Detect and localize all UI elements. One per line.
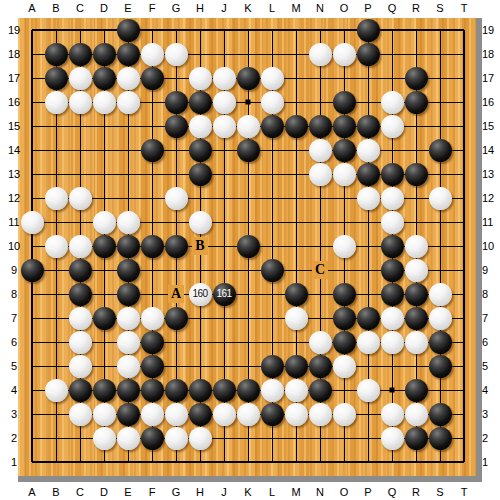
white-stone	[165, 427, 188, 450]
white-stone	[141, 307, 164, 330]
black-stone	[405, 163, 428, 186]
black-stone	[93, 67, 116, 90]
right-row-label: 12	[482, 190, 500, 206]
white-stone	[309, 403, 332, 426]
white-stone	[117, 211, 140, 234]
black-stone	[237, 139, 260, 162]
left-row-label: 18	[0, 46, 28, 62]
white-stone	[381, 427, 404, 450]
white-stone	[333, 355, 356, 378]
bottom-column-label: P	[356, 484, 380, 500]
white-stone	[237, 403, 260, 426]
top-column-label: G	[164, 0, 188, 16]
black-stone	[357, 43, 380, 66]
bottom-column-label: N	[308, 484, 332, 500]
black-stone	[141, 67, 164, 90]
top-column-label: B	[44, 0, 68, 16]
left-row-label: 5	[0, 358, 28, 374]
white-stone	[333, 235, 356, 258]
black-stone	[93, 307, 116, 330]
black-stone	[141, 331, 164, 354]
white-stone	[141, 43, 164, 66]
black-stone	[117, 403, 140, 426]
white-stone	[69, 331, 92, 354]
white-stone	[237, 115, 260, 138]
white-stone	[45, 379, 68, 402]
bottom-column-label: H	[188, 484, 212, 500]
left-row-label: 8	[0, 286, 28, 302]
black-stone	[261, 355, 284, 378]
white-stone	[381, 403, 404, 426]
black-stone	[165, 91, 188, 114]
white-stone	[141, 403, 164, 426]
black-stone	[429, 427, 452, 450]
numbered-black-stone: 161	[213, 283, 236, 306]
black-stone	[93, 379, 116, 402]
black-stone	[69, 259, 92, 282]
black-stone	[45, 67, 68, 90]
white-stone	[261, 379, 284, 402]
black-stone	[141, 355, 164, 378]
black-stone	[309, 115, 332, 138]
white-stone	[381, 91, 404, 114]
point-label-C: C	[312, 261, 328, 279]
black-stone	[405, 379, 428, 402]
white-stone	[285, 403, 308, 426]
white-stone	[357, 379, 380, 402]
left-row-label: 3	[0, 406, 28, 422]
black-stone	[237, 379, 260, 402]
right-row-label: 13	[482, 166, 500, 182]
left-row-label: 14	[0, 142, 28, 158]
bottom-column-label: S	[428, 484, 452, 500]
black-stone	[117, 43, 140, 66]
white-stone	[405, 331, 428, 354]
white-stone	[69, 187, 92, 210]
white-stone	[93, 211, 116, 234]
white-stone	[93, 403, 116, 426]
white-stone	[165, 43, 188, 66]
white-stone	[117, 355, 140, 378]
black-stone	[285, 283, 308, 306]
black-stone	[189, 379, 212, 402]
black-stone	[405, 91, 428, 114]
black-stone	[93, 43, 116, 66]
black-stone	[189, 139, 212, 162]
white-stone	[189, 211, 212, 234]
white-stone	[405, 403, 428, 426]
left-row-label: 13	[0, 166, 28, 182]
left-row-label: 10	[0, 238, 28, 254]
bottom-column-label: B	[44, 484, 68, 500]
black-stone	[333, 307, 356, 330]
black-stone	[381, 235, 404, 258]
white-stone	[333, 43, 356, 66]
left-row-label: 16	[0, 94, 28, 110]
bottom-column-label: J	[212, 484, 236, 500]
black-stone	[141, 427, 164, 450]
top-column-label: E	[116, 0, 140, 16]
white-stone	[117, 67, 140, 90]
point-label-B: B	[192, 237, 208, 255]
black-stone	[261, 403, 284, 426]
top-column-label: C	[68, 0, 92, 16]
right-row-label: 7	[482, 310, 500, 326]
top-column-label: K	[236, 0, 260, 16]
black-stone	[429, 355, 452, 378]
white-stone	[429, 283, 452, 306]
white-stone	[309, 43, 332, 66]
right-row-label: 14	[482, 142, 500, 158]
black-stone	[381, 259, 404, 282]
white-stone	[213, 67, 236, 90]
bottom-column-label: L	[260, 484, 284, 500]
top-column-label: H	[188, 0, 212, 16]
right-row-label: 4	[482, 382, 500, 398]
black-stone	[117, 283, 140, 306]
left-row-label: 19	[0, 22, 28, 38]
black-stone	[69, 283, 92, 306]
left-row-label: 11	[0, 214, 28, 230]
black-stone	[405, 307, 428, 330]
white-stone	[165, 187, 188, 210]
white-stone	[69, 91, 92, 114]
bottom-column-label: O	[332, 484, 356, 500]
left-row-label: 15	[0, 118, 28, 134]
white-stone	[165, 403, 188, 426]
white-stone	[93, 427, 116, 450]
white-stone	[69, 235, 92, 258]
black-stone	[357, 115, 380, 138]
left-row-label: 17	[0, 70, 28, 86]
left-row-label: 2	[0, 430, 28, 446]
left-row-label: 9	[0, 262, 28, 278]
right-row-label: 19	[482, 22, 500, 38]
black-stone	[333, 331, 356, 354]
right-row-label: 1	[482, 454, 500, 470]
white-stone	[285, 307, 308, 330]
top-column-label: L	[260, 0, 284, 16]
bottom-column-label: F	[140, 484, 164, 500]
white-stone	[69, 403, 92, 426]
white-stone	[357, 187, 380, 210]
black-stone	[405, 283, 428, 306]
black-stone	[381, 163, 404, 186]
black-stone	[117, 259, 140, 282]
black-stone	[309, 379, 332, 402]
top-column-label: J	[212, 0, 236, 16]
black-stone	[189, 91, 212, 114]
black-stone	[357, 307, 380, 330]
black-stone	[309, 355, 332, 378]
black-stone	[117, 235, 140, 258]
white-stone	[117, 307, 140, 330]
black-stone	[405, 67, 428, 90]
black-stone	[141, 235, 164, 258]
numbered-white-stone: 160	[189, 283, 212, 306]
white-stone	[69, 67, 92, 90]
white-stone	[189, 427, 212, 450]
bottom-column-label: C	[68, 484, 92, 500]
black-stone	[429, 403, 452, 426]
right-row-label: 18	[482, 46, 500, 62]
right-row-label: 16	[482, 94, 500, 110]
black-stone	[189, 163, 212, 186]
white-stone	[213, 91, 236, 114]
black-stone	[357, 163, 380, 186]
bottom-column-label: K	[236, 484, 260, 500]
black-stone	[333, 91, 356, 114]
white-stone	[45, 187, 68, 210]
white-stone	[69, 355, 92, 378]
white-stone	[309, 139, 332, 162]
right-row-label: 11	[482, 214, 500, 230]
black-stone	[333, 139, 356, 162]
bottom-column-label: G	[164, 484, 188, 500]
black-stone	[237, 235, 260, 258]
go-board[interactable]: 160161ABC	[18, 18, 476, 476]
top-column-label: A	[20, 0, 44, 16]
black-stone	[333, 115, 356, 138]
bottom-column-label: E	[116, 484, 140, 500]
black-stone	[261, 259, 284, 282]
top-column-label: S	[428, 0, 452, 16]
black-stone	[405, 427, 428, 450]
top-column-label: R	[404, 0, 428, 16]
black-stone	[165, 379, 188, 402]
white-stone	[261, 67, 284, 90]
white-stone	[117, 331, 140, 354]
bottom-column-label: R	[404, 484, 428, 500]
left-row-label: 4	[0, 382, 28, 398]
white-stone	[189, 67, 212, 90]
white-stone	[69, 307, 92, 330]
bottom-column-label: Q	[380, 484, 404, 500]
black-stone	[429, 331, 452, 354]
black-stone	[165, 307, 188, 330]
top-column-label: F	[140, 0, 164, 16]
white-stone	[381, 211, 404, 234]
black-stone	[381, 283, 404, 306]
top-column-label: N	[308, 0, 332, 16]
top-column-label: D	[92, 0, 116, 16]
white-stone	[405, 235, 428, 258]
top-column-label: O	[332, 0, 356, 16]
black-stone	[141, 139, 164, 162]
point-label-A: A	[168, 285, 184, 303]
white-stone	[381, 187, 404, 210]
black-stone	[141, 379, 164, 402]
black-stone	[357, 19, 380, 42]
bottom-column-label: A	[20, 484, 44, 500]
top-column-label: Q	[380, 0, 404, 16]
black-stone	[165, 115, 188, 138]
right-row-label: 5	[482, 358, 500, 374]
white-stone	[333, 163, 356, 186]
white-stone	[333, 403, 356, 426]
left-row-label: 12	[0, 190, 28, 206]
white-stone	[213, 115, 236, 138]
black-stone	[93, 235, 116, 258]
black-stone	[237, 67, 260, 90]
white-stone	[189, 115, 212, 138]
white-stone	[261, 91, 284, 114]
black-stone	[117, 379, 140, 402]
black-stone	[117, 19, 140, 42]
right-row-label: 9	[482, 262, 500, 278]
top-column-label: P	[356, 0, 380, 16]
black-stone	[189, 403, 212, 426]
black-stone	[261, 115, 284, 138]
black-stone	[69, 43, 92, 66]
black-stone	[285, 355, 308, 378]
white-stone	[45, 235, 68, 258]
white-stone	[117, 427, 140, 450]
right-row-label: 17	[482, 70, 500, 86]
white-stone	[357, 139, 380, 162]
left-row-label: 1	[0, 454, 28, 470]
white-stone	[405, 259, 428, 282]
black-stone	[213, 379, 236, 402]
top-column-label: M	[284, 0, 308, 16]
right-row-label: 8	[482, 286, 500, 302]
white-stone	[285, 379, 308, 402]
black-stone	[69, 379, 92, 402]
black-stone	[45, 43, 68, 66]
right-row-label: 10	[482, 238, 500, 254]
left-row-label: 6	[0, 334, 28, 350]
white-stone	[429, 187, 452, 210]
white-stone	[93, 91, 116, 114]
bottom-column-label: D	[92, 484, 116, 500]
white-stone	[309, 331, 332, 354]
top-column-label: T	[452, 0, 476, 16]
white-stone	[45, 91, 68, 114]
black-stone	[165, 235, 188, 258]
black-stone	[285, 115, 308, 138]
right-row-label: 2	[482, 430, 500, 446]
black-stone	[429, 139, 452, 162]
white-stone	[309, 163, 332, 186]
white-stone	[381, 115, 404, 138]
white-stone	[357, 331, 380, 354]
right-row-label: 3	[482, 406, 500, 422]
bottom-column-label: T	[452, 484, 476, 500]
white-stone	[429, 307, 452, 330]
bottom-column-label: M	[284, 484, 308, 500]
right-row-label: 15	[482, 118, 500, 134]
white-stone	[213, 403, 236, 426]
white-stone	[381, 331, 404, 354]
right-row-label: 6	[482, 334, 500, 350]
left-row-label: 7	[0, 310, 28, 326]
white-stone	[117, 91, 140, 114]
white-stone	[381, 307, 404, 330]
black-stone	[333, 283, 356, 306]
